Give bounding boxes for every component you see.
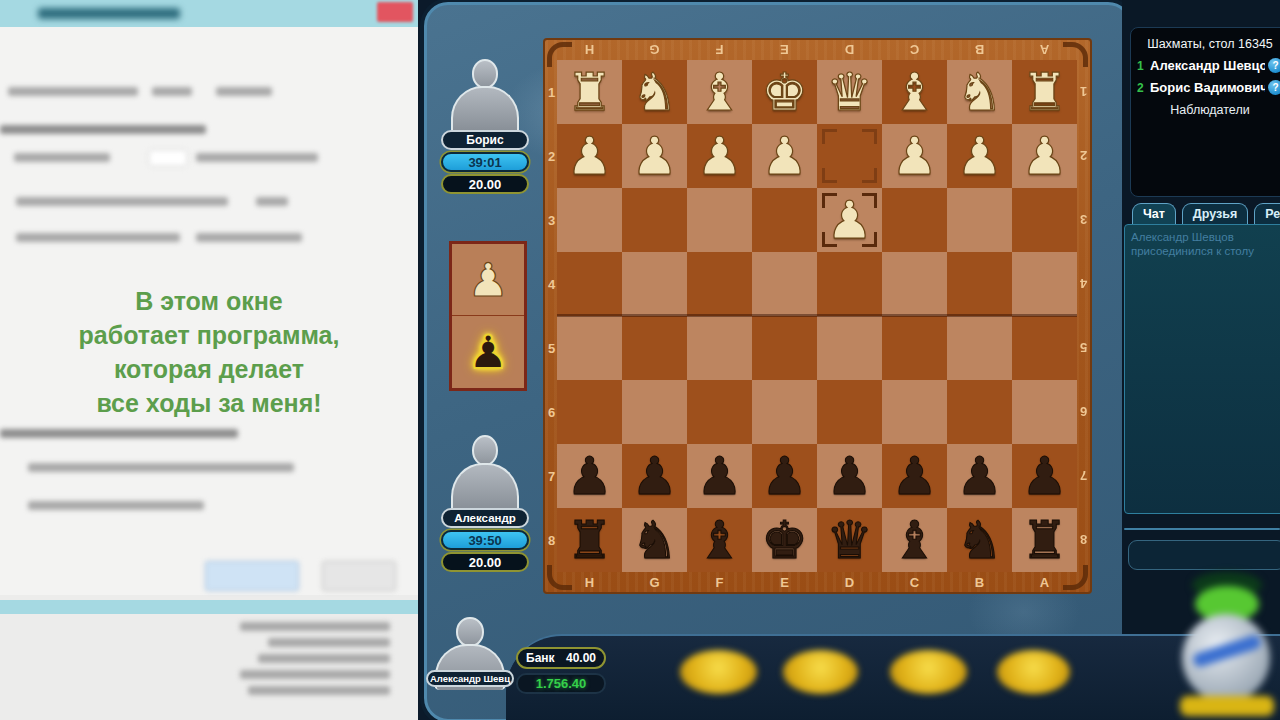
square-g4[interactable] bbox=[622, 252, 687, 316]
annotation-line: В этом окне bbox=[18, 284, 400, 318]
player-number: 1 bbox=[1137, 59, 1150, 73]
square-d1[interactable]: ♛ bbox=[817, 60, 882, 124]
piece-white-bishop: ♝ bbox=[882, 60, 947, 124]
footer-action-button[interactable] bbox=[783, 650, 858, 694]
square-c1[interactable]: ♝ bbox=[882, 60, 947, 124]
piece-white-king: ♚ bbox=[752, 60, 817, 124]
piece-black-knight: ♞ bbox=[947, 508, 1012, 572]
rank-labels-right: 12345678 bbox=[1077, 60, 1090, 572]
square-b6[interactable] bbox=[947, 380, 1012, 444]
annotation-line: работает программа, bbox=[18, 318, 400, 352]
blurred-text-line bbox=[196, 233, 302, 242]
footer-action-button[interactable] bbox=[997, 650, 1070, 694]
balance-pill: 1.756.40 bbox=[516, 673, 606, 694]
piece-black-pawn: ♟ bbox=[687, 444, 752, 508]
square-b4[interactable] bbox=[947, 252, 1012, 316]
tab-чат[interactable]: Чат bbox=[1132, 203, 1176, 224]
chat-tabs: ЧатДрузьяРе bbox=[1132, 203, 1280, 224]
blurred-text-line bbox=[216, 87, 272, 96]
square-f8[interactable]: ♝ bbox=[687, 508, 752, 572]
square-a5[interactable] bbox=[1012, 316, 1077, 380]
board-label: H bbox=[557, 40, 622, 60]
close-button[interactable] bbox=[377, 2, 413, 22]
square-h2[interactable]: ♟ bbox=[557, 124, 622, 188]
square-a8[interactable]: ♜ bbox=[1012, 508, 1077, 572]
table-player-row: 1Александр Шевцо? bbox=[1137, 58, 1280, 73]
square-a6[interactable] bbox=[1012, 380, 1077, 444]
square-c7[interactable]: ♟ bbox=[882, 444, 947, 508]
mascot-graphic bbox=[1168, 572, 1280, 718]
tab-ре[interactable]: Ре bbox=[1254, 203, 1280, 224]
square-b2[interactable]: ♟ bbox=[947, 124, 1012, 188]
board-label: 3 bbox=[1077, 188, 1090, 252]
table-player-list: 1Александр Шевцо?2Борис Вадимович? bbox=[1137, 58, 1280, 95]
square-e3[interactable] bbox=[752, 188, 817, 252]
square-g1[interactable]: ♞ bbox=[622, 60, 687, 124]
square-b7[interactable]: ♟ bbox=[947, 444, 1012, 508]
screen: В этом окне работает программа, которая … bbox=[0, 0, 1280, 720]
bank-pill: Банк 40.00 bbox=[516, 647, 606, 669]
square-d4[interactable] bbox=[817, 252, 882, 316]
blurred-text-line bbox=[16, 233, 180, 242]
square-f5[interactable] bbox=[687, 316, 752, 380]
square-a1[interactable]: ♜ bbox=[1012, 60, 1077, 124]
piece-black-pawn: ♟ bbox=[557, 444, 622, 508]
blurred-text-line bbox=[8, 87, 138, 96]
square-f6[interactable] bbox=[687, 380, 752, 444]
tab-друзья[interactable]: Друзья bbox=[1182, 203, 1248, 224]
square-b3[interactable] bbox=[947, 188, 1012, 252]
square-f4[interactable] bbox=[687, 252, 752, 316]
square-h6[interactable] bbox=[557, 380, 622, 444]
player-info-icon[interactable]: ? bbox=[1268, 80, 1280, 95]
piece-black-pawn: ♟ bbox=[1012, 444, 1077, 508]
square-e2[interactable]: ♟ bbox=[752, 124, 817, 188]
move-highlight-corner bbox=[822, 232, 837, 247]
annotation-line: которая делает bbox=[18, 352, 400, 386]
piece-black-pawn: ♟ bbox=[947, 444, 1012, 508]
square-e4[interactable] bbox=[752, 252, 817, 316]
square-g8[interactable]: ♞ bbox=[622, 508, 687, 572]
avatar-head bbox=[472, 435, 499, 466]
move-highlight-corner bbox=[862, 168, 877, 183]
player-number: 2 bbox=[1137, 81, 1150, 95]
piece-white-knight: ♞ bbox=[947, 60, 1012, 124]
square-d3[interactable]: ♟ bbox=[817, 188, 882, 252]
chat-divider bbox=[1124, 528, 1280, 530]
table-title: Шахматы, стол 16345 bbox=[1137, 37, 1280, 51]
square-h8[interactable]: ♜ bbox=[557, 508, 622, 572]
blurred-text-line bbox=[248, 686, 390, 695]
square-g6[interactable] bbox=[622, 380, 687, 444]
indicator-white-pawn: ♟ bbox=[467, 253, 508, 307]
square-g2[interactable]: ♟ bbox=[622, 124, 687, 188]
bank-label: Банк bbox=[526, 651, 555, 665]
observers-label: Наблюдатели bbox=[1137, 103, 1280, 117]
blurred-text-line bbox=[240, 670, 390, 679]
square-c5[interactable] bbox=[882, 316, 947, 380]
square-d6[interactable] bbox=[817, 380, 882, 444]
chat-message: Александр Шевцов присоединился к столу bbox=[1125, 225, 1280, 263]
piece-white-pawn: ♟ bbox=[622, 124, 687, 188]
square-f7[interactable]: ♟ bbox=[687, 444, 752, 508]
board-label: C bbox=[882, 572, 947, 592]
piece-white-rook: ♜ bbox=[557, 60, 622, 124]
square-e5[interactable] bbox=[752, 316, 817, 380]
square-h7[interactable]: ♟ bbox=[557, 444, 622, 508]
indicator-black-pawn-highlighted: ♟ bbox=[467, 325, 508, 379]
board-label: G bbox=[622, 572, 687, 592]
square-h5[interactable] bbox=[557, 316, 622, 380]
teal-stripe bbox=[0, 600, 418, 614]
board-label: D bbox=[817, 572, 882, 592]
square-h4[interactable] bbox=[557, 252, 622, 316]
board-label: G bbox=[622, 40, 687, 60]
footer-player-name: Александр Шевц bbox=[426, 670, 514, 687]
avatar-bottom-player bbox=[448, 433, 522, 511]
blurred-text-line bbox=[16, 197, 228, 206]
blurred-text-line bbox=[258, 654, 390, 663]
blurred-text-line bbox=[0, 429, 238, 438]
move-highlight-corner bbox=[862, 232, 877, 247]
player-name: Борис Вадимович bbox=[1150, 80, 1265, 95]
board-label: A bbox=[1012, 572, 1077, 592]
board-label: 5 bbox=[1077, 316, 1090, 380]
blurred-text-line bbox=[14, 153, 110, 162]
square-c8[interactable]: ♝ bbox=[882, 508, 947, 572]
move-highlight-corner bbox=[862, 129, 877, 144]
avatar-head bbox=[456, 617, 483, 647]
annotation-line: все ходы за меня! bbox=[18, 386, 400, 420]
piece-black-pawn: ♟ bbox=[622, 444, 687, 508]
turn-indicator: ♟♟ bbox=[449, 241, 527, 391]
file-labels-bottom: HGFEDCBA bbox=[557, 572, 1077, 592]
piece-black-rook: ♜ bbox=[1012, 508, 1077, 572]
square-a4[interactable] bbox=[1012, 252, 1077, 316]
square-a7[interactable]: ♟ bbox=[1012, 444, 1077, 508]
blurred-text-line bbox=[240, 622, 390, 631]
chess-board: HGFEDCBA HGFEDCBA 12345678 12345678 ♜♞♝♚… bbox=[543, 38, 1092, 594]
blurred-ok-button[interactable] bbox=[205, 561, 299, 591]
blurred-toggle[interactable] bbox=[150, 151, 186, 165]
square-c4[interactable] bbox=[882, 252, 947, 316]
blurred-text-line bbox=[196, 153, 318, 162]
piece-black-pawn: ♟ bbox=[817, 444, 882, 508]
square-c6[interactable] bbox=[882, 380, 947, 444]
board-label: D bbox=[817, 40, 882, 60]
turn-indicator-cell[interactable]: ♟ bbox=[452, 244, 524, 316]
square-d2[interactable] bbox=[817, 124, 882, 188]
mascot-base bbox=[1180, 696, 1274, 716]
square-d8[interactable]: ♛ bbox=[817, 508, 882, 572]
square-g3[interactable] bbox=[622, 188, 687, 252]
avatar-torso bbox=[451, 463, 519, 511]
square-e6[interactable] bbox=[752, 380, 817, 444]
piece-white-pawn: ♟ bbox=[882, 124, 947, 188]
piece-white-rook: ♜ bbox=[1012, 60, 1077, 124]
piece-white-pawn: ♟ bbox=[687, 124, 752, 188]
piece-black-rook: ♜ bbox=[557, 508, 622, 572]
square-a3[interactable] bbox=[1012, 188, 1077, 252]
board-label: 4 bbox=[1077, 252, 1090, 316]
top-player-stake: 20.00 bbox=[441, 174, 529, 194]
piece-white-queen: ♛ bbox=[817, 60, 882, 124]
avatar-torso bbox=[451, 86, 519, 132]
square-d5[interactable] bbox=[817, 316, 882, 380]
bottom-player-stake: 20.00 bbox=[441, 552, 529, 572]
board-label: H bbox=[557, 572, 622, 592]
square-g7[interactable]: ♟ bbox=[622, 444, 687, 508]
move-highlight-corner bbox=[822, 193, 837, 208]
board-label: 2 bbox=[1077, 124, 1090, 188]
left-app-titlebar bbox=[0, 0, 418, 27]
square-d7[interactable]: ♟ bbox=[817, 444, 882, 508]
bank-value: 40.00 bbox=[566, 651, 596, 665]
piece-white-pawn: ♟ bbox=[947, 124, 1012, 188]
piece-white-knight: ♞ bbox=[622, 60, 687, 124]
piece-black-queen: ♛ bbox=[817, 508, 882, 572]
square-b8[interactable]: ♞ bbox=[947, 508, 1012, 572]
player-info-icon[interactable]: ? bbox=[1268, 58, 1280, 73]
piece-black-knight: ♞ bbox=[622, 508, 687, 572]
square-f3[interactable] bbox=[687, 188, 752, 252]
square-e8[interactable]: ♚ bbox=[752, 508, 817, 572]
chat-input[interactable] bbox=[1128, 540, 1280, 570]
footer-action-button[interactable] bbox=[890, 650, 967, 694]
blurred-text-line bbox=[256, 197, 288, 206]
footer-action-button[interactable] bbox=[680, 650, 757, 694]
piece-black-pawn: ♟ bbox=[882, 444, 947, 508]
square-e1[interactable]: ♚ bbox=[752, 60, 817, 124]
square-e7[interactable]: ♟ bbox=[752, 444, 817, 508]
blurred-window-title bbox=[38, 8, 180, 19]
turn-indicator-cell[interactable]: ♟ bbox=[452, 316, 524, 388]
board-label: B bbox=[947, 40, 1012, 60]
move-highlight-corner bbox=[822, 129, 837, 144]
blurred-cancel-button[interactable] bbox=[322, 561, 396, 591]
piece-black-pawn: ♟ bbox=[752, 444, 817, 508]
board-label: F bbox=[687, 40, 752, 60]
square-g5[interactable] bbox=[622, 316, 687, 380]
square-c3[interactable] bbox=[882, 188, 947, 252]
board-label: E bbox=[752, 40, 817, 60]
square-h3[interactable] bbox=[557, 188, 622, 252]
top-player-name: Борис bbox=[441, 130, 529, 150]
square-f2[interactable]: ♟ bbox=[687, 124, 752, 188]
square-b5[interactable] bbox=[947, 316, 1012, 380]
move-highlight-corner bbox=[822, 168, 837, 183]
blurred-text-line bbox=[152, 87, 192, 96]
piece-white-pawn: ♟ bbox=[752, 124, 817, 188]
annotation-text: В этом окне работает программа, которая … bbox=[18, 284, 400, 420]
avatar-top-player bbox=[448, 58, 522, 132]
board-label: 7 bbox=[1077, 444, 1090, 508]
board-label: 1 bbox=[1077, 60, 1090, 124]
blurred-text-line bbox=[268, 638, 390, 647]
blurred-text-line bbox=[28, 463, 294, 472]
piece-black-bishop: ♝ bbox=[882, 508, 947, 572]
bottom-player-clock: 39:50 bbox=[441, 530, 529, 550]
top-player-clock: 39:01 bbox=[441, 152, 529, 172]
board-label: F bbox=[687, 572, 752, 592]
chat-panel: Александр Шевцов присоединился к столу bbox=[1124, 224, 1280, 514]
piece-black-bishop: ♝ bbox=[687, 508, 752, 572]
piece-white-bishop: ♝ bbox=[687, 60, 752, 124]
blurred-text-line bbox=[28, 501, 204, 510]
board-label: A bbox=[1012, 40, 1077, 60]
blurred-text-line bbox=[0, 125, 206, 134]
square-f1[interactable]: ♝ bbox=[687, 60, 752, 124]
piece-black-king: ♚ bbox=[752, 508, 817, 572]
board-label: B bbox=[947, 572, 1012, 592]
file-labels-top: HGFEDCBA bbox=[557, 40, 1077, 60]
square-c2[interactable]: ♟ bbox=[882, 124, 947, 188]
board-midline-seam bbox=[557, 314, 1077, 317]
bottom-player-name: Александр bbox=[441, 508, 529, 528]
player-name: Александр Шевцо bbox=[1150, 58, 1265, 73]
table-player-row: 2Борис Вадимович? bbox=[1137, 80, 1280, 95]
board-label: E bbox=[752, 572, 817, 592]
piece-white-pawn: ♟ bbox=[1012, 124, 1077, 188]
square-a2[interactable]: ♟ bbox=[1012, 124, 1077, 188]
move-highlight-corner bbox=[862, 193, 877, 208]
avatar-head bbox=[472, 59, 499, 89]
board-label: C bbox=[882, 40, 947, 60]
square-b1[interactable]: ♞ bbox=[947, 60, 1012, 124]
board-label: 8 bbox=[1077, 508, 1090, 572]
table-info-panel: Шахматы, стол 16345 1Александр Шевцо?2Бо… bbox=[1130, 27, 1280, 197]
piece-white-pawn: ♟ bbox=[557, 124, 622, 188]
board-label: 6 bbox=[1077, 380, 1090, 444]
square-h1[interactable]: ♜ bbox=[557, 60, 622, 124]
